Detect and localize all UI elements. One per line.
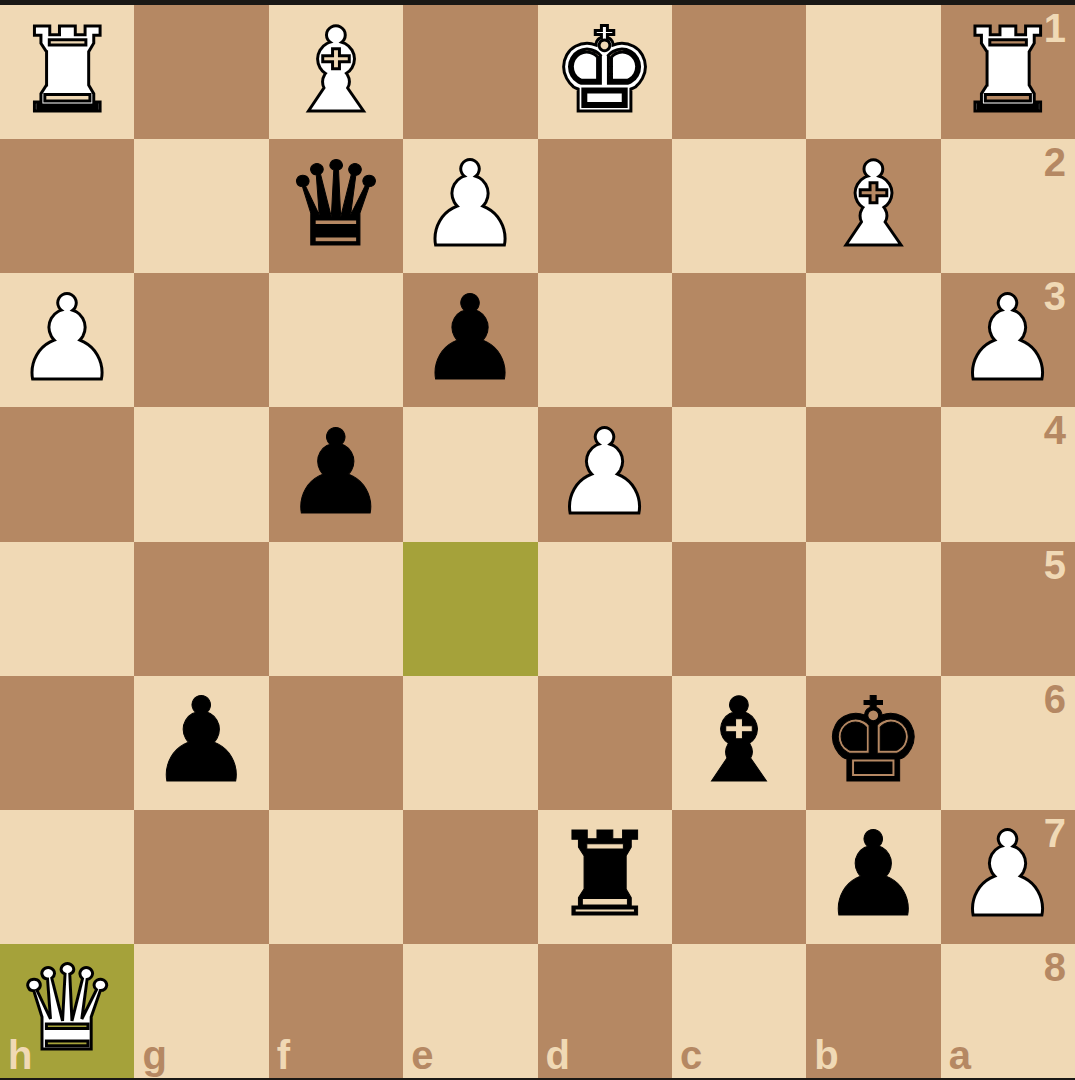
square-g7[interactable] <box>134 810 268 944</box>
square-e1[interactable] <box>403 5 537 139</box>
square-b7[interactable]: ♟ <box>806 810 940 944</box>
square-d2[interactable] <box>538 139 672 273</box>
piece-white-rook[interactable]: ♜ <box>955 12 1060 129</box>
square-e5[interactable] <box>403 542 537 676</box>
rank-label-5: 5 <box>1044 545 1066 585</box>
piece-white-pawn[interactable]: ♟ <box>955 816 1060 933</box>
piece-white-bishop[interactable]: ♝ <box>283 12 388 129</box>
square-f6[interactable] <box>269 676 403 810</box>
file-label-f: f <box>277 1035 290 1075</box>
square-e2[interactable]: ♟ <box>403 139 537 273</box>
square-c4[interactable] <box>672 407 806 541</box>
piece-black-bishop[interactable]: ♝ <box>687 682 792 799</box>
square-f7[interactable] <box>269 810 403 944</box>
piece-black-rook[interactable]: ♜ <box>552 816 657 933</box>
rank-label-2: 2 <box>1044 142 1066 182</box>
square-d4[interactable]: ♟ <box>538 407 672 541</box>
square-f2[interactable]: ♛ <box>269 139 403 273</box>
piece-white-pawn[interactable]: ♟ <box>955 280 1060 397</box>
square-h3[interactable]: ♟ <box>0 273 134 407</box>
file-label-b: b <box>814 1035 838 1075</box>
square-d6[interactable] <box>538 676 672 810</box>
square-c2[interactable] <box>672 139 806 273</box>
square-b6[interactable]: ♚ <box>806 676 940 810</box>
square-a3[interactable]: 3♟ <box>941 273 1075 407</box>
piece-black-pawn[interactable]: ♟ <box>149 682 254 799</box>
piece-white-rook[interactable]: ♜ <box>15 12 120 129</box>
square-g3[interactable] <box>134 273 268 407</box>
piece-white-king[interactable]: ♚ <box>552 12 657 129</box>
square-g6[interactable]: ♟ <box>134 676 268 810</box>
square-f8[interactable]: f <box>269 944 403 1078</box>
rank-label-6: 6 <box>1044 679 1066 719</box>
square-c6[interactable]: ♝ <box>672 676 806 810</box>
square-f3[interactable] <box>269 273 403 407</box>
square-e3[interactable]: ♟ <box>403 273 537 407</box>
square-b4[interactable] <box>806 407 940 541</box>
chess-app-screen: ♜♝♚1♜♛♟♝2♟♟3♟♟♟45♟♝♚6♜♟7♟h♛gfedcb8a <box>0 0 1075 1080</box>
square-g4[interactable] <box>134 407 268 541</box>
square-g8[interactable]: g <box>134 944 268 1078</box>
square-e4[interactable] <box>403 407 537 541</box>
square-c8[interactable]: c <box>672 944 806 1078</box>
file-label-g: g <box>142 1035 166 1075</box>
square-b2[interactable]: ♝ <box>806 139 940 273</box>
square-d7[interactable]: ♜ <box>538 810 672 944</box>
file-label-d: d <box>546 1035 570 1075</box>
square-d8[interactable]: d <box>538 944 672 1078</box>
square-h8[interactable]: h♛ <box>0 944 134 1078</box>
rank-label-8: 8 <box>1044 947 1066 987</box>
square-d1[interactable]: ♚ <box>538 5 672 139</box>
square-e7[interactable] <box>403 810 537 944</box>
square-d5[interactable] <box>538 542 672 676</box>
square-h2[interactable] <box>0 139 134 273</box>
square-a2[interactable]: 2 <box>941 139 1075 273</box>
square-a6[interactable]: 6 <box>941 676 1075 810</box>
piece-black-pawn[interactable]: ♟ <box>821 816 926 933</box>
square-h1[interactable]: ♜ <box>0 5 134 139</box>
piece-white-bishop[interactable]: ♝ <box>821 146 926 263</box>
square-a5[interactable]: 5 <box>941 542 1075 676</box>
square-g5[interactable] <box>134 542 268 676</box>
square-c1[interactable] <box>672 5 806 139</box>
square-g1[interactable] <box>134 5 268 139</box>
piece-white-queen[interactable]: ♛ <box>15 950 120 1067</box>
square-g2[interactable] <box>134 139 268 273</box>
square-f5[interactable] <box>269 542 403 676</box>
piece-black-pawn[interactable]: ♟ <box>283 414 388 531</box>
square-a1[interactable]: 1♜ <box>941 5 1075 139</box>
square-h4[interactable] <box>0 407 134 541</box>
file-label-a: a <box>949 1035 971 1075</box>
file-label-c: c <box>680 1035 702 1075</box>
square-e6[interactable] <box>403 676 537 810</box>
square-f1[interactable]: ♝ <box>269 5 403 139</box>
square-f4[interactable]: ♟ <box>269 407 403 541</box>
piece-white-pawn[interactable]: ♟ <box>418 146 523 263</box>
piece-black-king[interactable]: ♚ <box>821 682 926 799</box>
square-c3[interactable] <box>672 273 806 407</box>
square-a4[interactable]: 4 <box>941 407 1075 541</box>
square-b3[interactable] <box>806 273 940 407</box>
piece-black-queen[interactable]: ♛ <box>283 146 388 263</box>
square-h7[interactable] <box>0 810 134 944</box>
piece-black-pawn[interactable]: ♟ <box>418 280 523 397</box>
square-c7[interactable] <box>672 810 806 944</box>
file-label-e: e <box>411 1035 433 1075</box>
piece-white-pawn[interactable]: ♟ <box>552 414 657 531</box>
square-h5[interactable] <box>0 542 134 676</box>
square-h6[interactable] <box>0 676 134 810</box>
piece-white-pawn[interactable]: ♟ <box>15 280 120 397</box>
square-b1[interactable] <box>806 5 940 139</box>
square-a8[interactable]: 8a <box>941 944 1075 1078</box>
square-b8[interactable]: b <box>806 944 940 1078</box>
rank-label-4: 4 <box>1044 410 1066 450</box>
square-e8[interactable]: e <box>403 944 537 1078</box>
square-c5[interactable] <box>672 542 806 676</box>
chess-board: ♜♝♚1♜♛♟♝2♟♟3♟♟♟45♟♝♚6♜♟7♟h♛gfedcb8a <box>0 5 1075 1078</box>
square-b5[interactable] <box>806 542 940 676</box>
square-d3[interactable] <box>538 273 672 407</box>
square-a7[interactable]: 7♟ <box>941 810 1075 944</box>
